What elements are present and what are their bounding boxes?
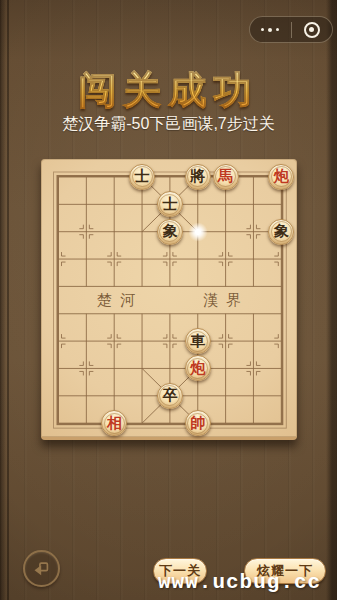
app-screen: 闯关成功 楚汉争霸-50下邑画谋,7步过关 楚河 漢界 士將馬炮士象象車炮卒相帥…	[0, 0, 337, 600]
back-button[interactable]	[23, 550, 60, 587]
piece-black-r0c5[interactable]: 將	[185, 164, 211, 190]
target-icon	[304, 22, 320, 38]
xiangqi-board: 楚河 漢界 士將馬炮士象象車炮卒相帥	[41, 159, 297, 440]
ellipsis-icon	[276, 28, 279, 31]
watermark-text: www.ucbug.cc	[158, 571, 321, 594]
ellipsis-icon	[261, 28, 264, 31]
piece-black-r8c4[interactable]: 卒	[157, 383, 183, 409]
level-subtitle: 楚汉争霸-50下邑画谋,7步过关	[0, 113, 337, 135]
piece-red-r9c5[interactable]: 帥	[185, 410, 211, 436]
page-title: 闯关成功	[0, 69, 337, 111]
piece-black-r6c5[interactable]: 車	[185, 328, 211, 354]
piece-black-r2c8[interactable]: 象	[268, 219, 294, 245]
piece-red-r9c2[interactable]: 相	[101, 410, 127, 436]
ellipsis-icon	[268, 28, 272, 32]
wechat-capsule	[249, 16, 333, 43]
piece-red-r7c5[interactable]: 炮	[185, 355, 211, 381]
piece-grid: 士將馬炮士象象車炮卒相帥	[45, 163, 296, 437]
piece-black-r1c4[interactable]: 士	[157, 191, 183, 217]
more-button[interactable]	[250, 17, 291, 42]
piece-black-r2c4[interactable]: 象	[157, 219, 183, 245]
exit-button[interactable]	[292, 17, 333, 42]
return-arrow-icon	[32, 559, 52, 579]
piece-red-r0c6[interactable]: 馬	[213, 164, 239, 190]
piece-black-r0c3[interactable]: 士	[129, 164, 155, 190]
piece-red-r0c8[interactable]: 炮	[268, 164, 294, 190]
